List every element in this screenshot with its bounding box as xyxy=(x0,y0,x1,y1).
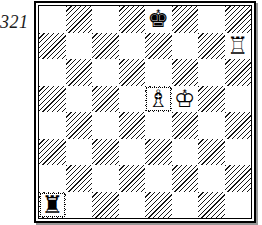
square-d5 xyxy=(119,86,146,113)
square-d6 xyxy=(119,59,146,86)
square-h2 xyxy=(225,165,252,192)
square-b2 xyxy=(66,165,93,192)
square-f6 xyxy=(172,59,199,86)
square-g4 xyxy=(198,112,225,139)
square-d7 xyxy=(119,33,146,60)
square-a5 xyxy=(39,86,66,113)
square-h1 xyxy=(225,192,252,219)
chess-diagram-page: 321 ♚♖♗♔♜ xyxy=(0,0,262,225)
square-f3 xyxy=(172,139,199,166)
white-bishop: ♗ xyxy=(145,86,172,113)
square-b7 xyxy=(66,33,93,60)
board-grid: ♚♖♗♔♜ xyxy=(38,5,252,219)
square-h6 xyxy=(225,59,252,86)
square-e2 xyxy=(145,165,172,192)
square-c6 xyxy=(92,59,119,86)
square-f1 xyxy=(172,192,199,219)
square-c2 xyxy=(92,165,119,192)
square-c1 xyxy=(92,192,119,219)
square-e4 xyxy=(145,112,172,139)
square-h4 xyxy=(225,112,252,139)
square-g3 xyxy=(198,139,225,166)
square-h7: ♖ xyxy=(225,33,252,60)
square-b8 xyxy=(66,6,93,33)
square-c7 xyxy=(92,33,119,60)
square-c5 xyxy=(92,86,119,113)
square-b3 xyxy=(66,139,93,166)
square-a4 xyxy=(39,112,66,139)
square-f2 xyxy=(172,165,199,192)
square-e1 xyxy=(145,192,172,219)
diagram-number: 321 xyxy=(0,11,29,33)
square-a8 xyxy=(39,6,66,33)
square-h8 xyxy=(225,6,252,33)
square-a7 xyxy=(39,33,66,60)
square-g8 xyxy=(198,6,225,33)
square-g2 xyxy=(198,165,225,192)
square-f8 xyxy=(172,6,199,33)
square-c4 xyxy=(92,112,119,139)
square-g1 xyxy=(198,192,225,219)
square-d1 xyxy=(119,192,146,219)
square-d4 xyxy=(119,112,146,139)
square-e8: ♚ xyxy=(145,6,172,33)
square-c3 xyxy=(92,139,119,166)
chess-board: ♚♖♗♔♜ xyxy=(34,1,256,223)
square-c8 xyxy=(92,6,119,33)
square-e6 xyxy=(145,59,172,86)
square-h5 xyxy=(225,86,252,113)
square-a1: ♜ xyxy=(39,192,66,219)
square-b1 xyxy=(66,192,93,219)
black-rook: ♜ xyxy=(39,192,66,219)
square-a6 xyxy=(39,59,66,86)
square-e3 xyxy=(145,139,172,166)
square-g6 xyxy=(198,59,225,86)
square-g7 xyxy=(198,33,225,60)
black-king: ♚ xyxy=(145,6,172,33)
square-a2 xyxy=(39,165,66,192)
square-h3 xyxy=(225,139,252,166)
square-b5 xyxy=(66,86,93,113)
square-d3 xyxy=(119,139,146,166)
square-e5: ♗ xyxy=(145,86,172,113)
square-d8 xyxy=(119,6,146,33)
square-a3 xyxy=(39,139,66,166)
square-b6 xyxy=(66,59,93,86)
square-f4 xyxy=(172,112,199,139)
square-e7 xyxy=(145,33,172,60)
square-b4 xyxy=(66,112,93,139)
white-king: ♔ xyxy=(172,86,199,113)
white-rook: ♖ xyxy=(225,33,252,60)
square-g5 xyxy=(198,86,225,113)
square-f7 xyxy=(172,33,199,60)
square-f5: ♔ xyxy=(172,86,199,113)
square-d2 xyxy=(119,165,146,192)
